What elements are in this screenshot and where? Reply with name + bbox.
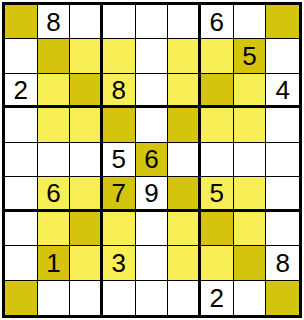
cell-r6c8[interactable]	[234, 177, 267, 211]
cell-r4c6[interactable]	[168, 108, 201, 142]
cell-r1c2[interactable]: 8	[38, 5, 71, 39]
cell-r3c6[interactable]	[168, 74, 201, 108]
cell-r6c5[interactable]: 9	[136, 177, 169, 211]
cell-r1c4[interactable]	[103, 5, 136, 39]
cell-r3c9[interactable]: 4	[266, 74, 299, 108]
cell-r5c6[interactable]	[168, 143, 201, 177]
cell-r6c4[interactable]: 7	[103, 177, 136, 211]
cell-r1c8[interactable]	[234, 5, 267, 39]
cell-r9c4[interactable]	[103, 281, 136, 315]
cell-r4c1[interactable]	[5, 108, 38, 142]
cell-r2c3[interactable]	[70, 39, 103, 73]
cell-r5c3[interactable]	[70, 143, 103, 177]
cell-r7c8[interactable]	[234, 212, 267, 246]
cell-r6c7[interactable]: 5	[201, 177, 234, 211]
cell-r2c6[interactable]	[168, 39, 201, 73]
cell-r6c3[interactable]	[70, 177, 103, 211]
cell-r2c5[interactable]	[136, 39, 169, 73]
sudoku-board: 8652845667951382	[2, 2, 302, 318]
cell-r4c7[interactable]	[201, 108, 234, 142]
cell-r8c9[interactable]: 8	[266, 246, 299, 280]
cell-r5c9[interactable]	[266, 143, 299, 177]
cell-r5c5[interactable]: 6	[136, 143, 169, 177]
cell-r4c8[interactable]	[234, 108, 267, 142]
cell-r7c3[interactable]	[70, 212, 103, 246]
cell-r6c2[interactable]: 6	[38, 177, 71, 211]
cell-r2c8[interactable]: 5	[234, 39, 267, 73]
cell-r4c9[interactable]	[266, 108, 299, 142]
cell-r9c3[interactable]	[70, 281, 103, 315]
cell-r9c6[interactable]	[168, 281, 201, 315]
cell-r3c5[interactable]	[136, 74, 169, 108]
cell-r9c1[interactable]	[5, 281, 38, 315]
cell-r8c4[interactable]: 3	[103, 246, 136, 280]
cell-r5c1[interactable]	[5, 143, 38, 177]
cell-r7c2[interactable]	[38, 212, 71, 246]
cell-r7c1[interactable]	[5, 212, 38, 246]
cell-r1c6[interactable]	[168, 5, 201, 39]
cell-r3c7[interactable]	[201, 74, 234, 108]
cell-r4c2[interactable]	[38, 108, 71, 142]
cell-r2c2[interactable]	[38, 39, 71, 73]
cell-r8c8[interactable]	[234, 246, 267, 280]
cell-r9c2[interactable]	[38, 281, 71, 315]
cell-r8c1[interactable]	[5, 246, 38, 280]
cell-r8c3[interactable]	[70, 246, 103, 280]
cell-r9c8[interactable]	[234, 281, 267, 315]
cell-r4c5[interactable]	[136, 108, 169, 142]
cell-r7c5[interactable]	[136, 212, 169, 246]
cell-r3c2[interactable]	[38, 74, 71, 108]
cell-r1c1[interactable]	[5, 5, 38, 39]
cell-r7c6[interactable]	[168, 212, 201, 246]
cell-r4c3[interactable]	[70, 108, 103, 142]
cell-r8c7[interactable]	[201, 246, 234, 280]
cell-r9c5[interactable]	[136, 281, 169, 315]
cell-r1c3[interactable]	[70, 5, 103, 39]
cell-r2c9[interactable]	[266, 39, 299, 73]
cell-r4c4[interactable]	[103, 108, 136, 142]
cell-r7c7[interactable]	[201, 212, 234, 246]
cell-r9c7[interactable]: 2	[201, 281, 234, 315]
cell-r3c4[interactable]: 8	[103, 74, 136, 108]
cell-r3c8[interactable]	[234, 74, 267, 108]
cell-r1c5[interactable]	[136, 5, 169, 39]
cell-r5c4[interactable]: 5	[103, 143, 136, 177]
cell-r5c2[interactable]	[38, 143, 71, 177]
cell-r7c9[interactable]	[266, 212, 299, 246]
cell-r2c7[interactable]	[201, 39, 234, 73]
cell-r6c6[interactable]	[168, 177, 201, 211]
cell-r6c9[interactable]	[266, 177, 299, 211]
cell-r1c7[interactable]: 6	[201, 5, 234, 39]
cell-r7c4[interactable]	[103, 212, 136, 246]
cell-r6c1[interactable]	[5, 177, 38, 211]
cell-r3c1[interactable]: 2	[5, 74, 38, 108]
cell-r5c7[interactable]	[201, 143, 234, 177]
cell-r5c8[interactable]	[234, 143, 267, 177]
cell-r2c4[interactable]	[103, 39, 136, 73]
cell-r3c3[interactable]	[70, 74, 103, 108]
cell-r9c9[interactable]	[266, 281, 299, 315]
cell-r2c1[interactable]	[5, 39, 38, 73]
cell-r1c9[interactable]	[266, 5, 299, 39]
cell-r8c6[interactable]	[168, 246, 201, 280]
cell-r8c2[interactable]: 1	[38, 246, 71, 280]
cell-r8c5[interactable]	[136, 246, 169, 280]
